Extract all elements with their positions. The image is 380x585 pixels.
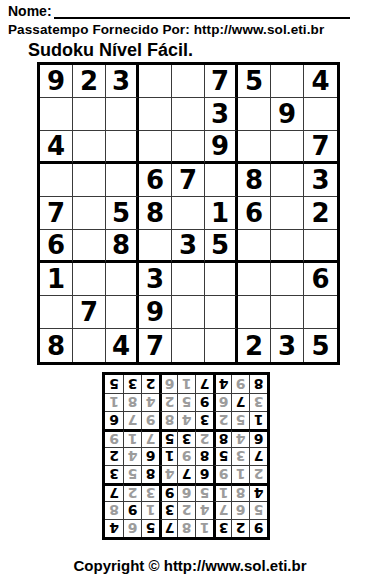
solution-cell-r4c5: 7	[177, 465, 195, 483]
puzzle-cell-r7c4: 3	[139, 263, 172, 296]
solution-cell-r1c9: 4	[105, 519, 123, 537]
solution-cell-r9c2: 9	[231, 375, 249, 393]
solution-cell-r1c8: 6	[123, 519, 141, 537]
solution-cell-r2c2: 6	[231, 501, 249, 519]
solution-cell-r9c3: 4	[213, 375, 231, 393]
solution-cell-r2c5: 2	[177, 501, 195, 519]
puzzle-cell-r7c9: 6	[304, 263, 337, 296]
puzzle-cell-r7c1: 1	[40, 263, 73, 296]
puzzle-cell-r6c5: 3	[172, 230, 205, 263]
solution-cell-r8c2: 7	[231, 393, 249, 411]
solution-cell-r4c8: 5	[123, 465, 141, 483]
solution-cell-r4c1: 2	[249, 465, 267, 483]
puzzle-cell-r1c8	[271, 65, 304, 98]
puzzle-cell-r6c1: 6	[40, 230, 73, 263]
puzzle-cell-r1c3: 3	[106, 65, 139, 98]
puzzle-cell-r1c6: 7	[205, 65, 238, 98]
puzzle-cell-r3c2	[73, 131, 106, 164]
solution-cell-r8c6: 2	[159, 393, 177, 411]
solution-cell-r9c4: 7	[195, 375, 213, 393]
solution-cell-r2c9: 8	[105, 501, 123, 519]
solution-cell-r3c4: 5	[195, 483, 213, 501]
solution-cell-r2c7: 1	[141, 501, 159, 519]
solution-cell-r3c8: 2	[123, 483, 141, 501]
solution-cell-r1c6: 7	[159, 519, 177, 537]
puzzle-cell-r6c8	[271, 230, 304, 263]
puzzle-cell-r8c8	[271, 296, 304, 329]
solution-cell-r9c5: 1	[177, 375, 195, 393]
puzzle-cell-r5c4: 8	[139, 197, 172, 230]
puzzle-cell-r2c7	[238, 98, 271, 131]
puzzle-cell-r2c9	[304, 98, 337, 131]
puzzle-cell-r9c2	[73, 329, 106, 362]
solution-cell-r6c6: 5	[159, 429, 177, 447]
solution-cell-r7c9: 6	[105, 411, 123, 429]
puzzle-cell-r4c1	[40, 164, 73, 197]
puzzle-cell-r4c8	[271, 164, 304, 197]
puzzle-cell-r4c3	[106, 164, 139, 197]
solution-cell-r5c2: 3	[231, 447, 249, 465]
puzzle-cell-r6c7	[238, 230, 271, 263]
puzzle-cell-r5c2	[73, 197, 106, 230]
solution-cell-r7c8: 7	[123, 411, 141, 429]
solution-cell-r8c1: 3	[249, 393, 267, 411]
puzzle-cell-r1c1: 9	[40, 65, 73, 98]
puzzle-cell-r9c6	[205, 329, 238, 362]
solution-cell-r9c1: 8	[249, 375, 267, 393]
puzzle-cell-r1c7: 5	[238, 65, 271, 98]
solution-cell-r5c8: 4	[123, 447, 141, 465]
copyright-line: Copyright © http://www.sol.eti.br	[0, 557, 380, 574]
solution-cell-r7c2: 5	[231, 411, 249, 429]
solution-cell-r4c6: 4	[159, 465, 177, 483]
puzzle-cell-r5c9: 2	[304, 197, 337, 230]
puzzle-cell-r2c2	[73, 98, 106, 131]
solution-cell-r8c9: 1	[105, 393, 123, 411]
puzzle-cell-r3c9: 7	[304, 131, 337, 164]
solution-cell-r4c4: 6	[195, 465, 213, 483]
puzzle-cell-r2c3	[106, 98, 139, 131]
solution-cell-r4c2: 1	[231, 465, 249, 483]
solution-cell-r8c7: 4	[141, 393, 159, 411]
puzzle-cell-r9c5	[172, 329, 205, 362]
solution-cell-r2c1: 5	[249, 501, 267, 519]
puzzle-cell-r8c9	[304, 296, 337, 329]
puzzle-cell-r8c7	[238, 296, 271, 329]
solution-cell-r2c4: 4	[195, 501, 213, 519]
solution-cell-r3c5: 6	[177, 483, 195, 501]
solution-cell-r8c4: 9	[195, 393, 213, 411]
solution-cell-r3c2: 8	[231, 483, 249, 501]
sudoku-solution-grid-rotated: 9231875645674231984815693272196748537358…	[102, 372, 270, 540]
solution-cell-r5c7: 6	[141, 447, 159, 465]
puzzle-cell-r8c4: 9	[139, 296, 172, 329]
puzzle-cell-r4c4: 6	[139, 164, 172, 197]
puzzle-cell-r1c4	[139, 65, 172, 98]
solution-cell-r6c8: 1	[123, 429, 141, 447]
puzzle-cell-r2c1	[40, 98, 73, 131]
puzzle-cell-r6c3: 8	[106, 230, 139, 263]
solution-cell-r6c5: 3	[177, 429, 195, 447]
page-title: Sudoku Nível Fácil.	[28, 40, 193, 61]
puzzle-cell-r6c2	[73, 230, 106, 263]
puzzle-cell-r4c6	[205, 164, 238, 197]
puzzle-cell-r8c6	[205, 296, 238, 329]
puzzle-cell-r5c6: 1	[205, 197, 238, 230]
puzzle-cell-r8c1	[40, 296, 73, 329]
puzzle-cell-r4c7: 8	[238, 164, 271, 197]
solution-cell-r6c4: 2	[195, 429, 213, 447]
puzzle-cell-r9c4: 7	[139, 329, 172, 362]
puzzle-cell-r7c5	[172, 263, 205, 296]
puzzle-cell-r3c5	[172, 131, 205, 164]
puzzle-cell-r9c3: 4	[106, 329, 139, 362]
puzzle-cell-r3c6: 9	[205, 131, 238, 164]
solution-cell-r7c1: 1	[249, 411, 267, 429]
puzzle-cell-r4c2	[73, 164, 106, 197]
sudoku-puzzle-grid: 923754394976783758162683513679847235	[37, 62, 340, 365]
solution-cell-r4c3: 9	[213, 465, 231, 483]
puzzle-cell-r6c4	[139, 230, 172, 263]
puzzle-cell-r7c2	[73, 263, 106, 296]
solution-cell-r2c3: 7	[213, 501, 231, 519]
puzzle-cell-r3c3	[106, 131, 139, 164]
puzzle-cell-r6c9	[304, 230, 337, 263]
solution-cell-r6c7: 7	[141, 429, 159, 447]
solution-cell-r3c7: 3	[141, 483, 159, 501]
puzzle-cell-r9c9: 5	[304, 329, 337, 362]
solution-cell-r4c7: 8	[141, 465, 159, 483]
sudoku-sheet: Nome: Passatempo Fornecido Por: http://w…	[0, 0, 380, 585]
solution-cell-r3c3: 1	[213, 483, 231, 501]
solution-cell-r5c5: 9	[177, 447, 195, 465]
solution-cell-r1c2: 2	[231, 519, 249, 537]
puzzle-cell-r1c2: 2	[73, 65, 106, 98]
puzzle-cell-r7c7	[238, 263, 271, 296]
solution-cell-r7c3: 2	[213, 411, 231, 429]
solution-cell-r2c6: 3	[159, 501, 177, 519]
solution-cell-r7c4: 3	[195, 411, 213, 429]
name-row: Nome:	[8, 3, 350, 19]
puzzle-cell-r7c6	[205, 263, 238, 296]
solution-cell-r5c3: 5	[213, 447, 231, 465]
solution-cell-r9c9: 5	[105, 375, 123, 393]
solution-cell-r6c9: 9	[105, 429, 123, 447]
solution-cell-r8c8: 8	[123, 393, 141, 411]
solution-cell-r7c6: 8	[159, 411, 177, 429]
solution-cell-r1c1: 9	[249, 519, 267, 537]
puzzle-cell-r5c8	[271, 197, 304, 230]
solution-cell-r7c5: 4	[177, 411, 195, 429]
solution-cell-r3c6: 9	[159, 483, 177, 501]
name-label: Nome:	[8, 3, 52, 19]
solution-cell-r1c7: 5	[141, 519, 159, 537]
solution-cell-r6c1: 6	[249, 429, 267, 447]
puzzle-cell-r8c2: 7	[73, 296, 106, 329]
puzzle-cell-r1c9: 4	[304, 65, 337, 98]
puzzle-cell-r6c6: 5	[205, 230, 238, 263]
solution-cell-r1c3: 3	[213, 519, 231, 537]
puzzle-cell-r3c1: 4	[40, 131, 73, 164]
solution-cell-r6c3: 8	[213, 429, 231, 447]
puzzle-cell-r1c5	[172, 65, 205, 98]
solution-cell-r9c6: 6	[159, 375, 177, 393]
solution-cell-r6c2: 4	[231, 429, 249, 447]
puzzle-cell-r4c9: 3	[304, 164, 337, 197]
name-blank-line	[54, 4, 350, 19]
puzzle-cell-r2c8: 9	[271, 98, 304, 131]
solution-cell-r3c1: 4	[249, 483, 267, 501]
puzzle-cell-r5c3: 5	[106, 197, 139, 230]
solution-cell-r8c5: 5	[177, 393, 195, 411]
solution-cell-r7c7: 9	[141, 411, 159, 429]
solution-cell-r3c9: 7	[105, 483, 123, 501]
puzzle-cell-r9c1: 8	[40, 329, 73, 362]
solution-cell-r5c1: 7	[249, 447, 267, 465]
solution-cell-r2c8: 9	[123, 501, 141, 519]
puzzle-cell-r3c8	[271, 131, 304, 164]
puzzle-cell-r5c7: 6	[238, 197, 271, 230]
puzzle-cell-r5c5	[172, 197, 205, 230]
puzzle-cell-r8c3	[106, 296, 139, 329]
solution-cell-r9c7: 2	[141, 375, 159, 393]
puzzle-cell-r7c8	[271, 263, 304, 296]
puzzle-cell-r8c5	[172, 296, 205, 329]
puzzle-cell-r2c5	[172, 98, 205, 131]
puzzle-cell-r3c7	[238, 131, 271, 164]
solution-cell-r1c4: 1	[195, 519, 213, 537]
solution-cell-r9c8: 3	[123, 375, 141, 393]
solution-cell-r5c9: 2	[105, 447, 123, 465]
solution-cell-r1c5: 8	[177, 519, 195, 537]
puzzle-cell-r3c4	[139, 131, 172, 164]
puzzle-cell-r9c8: 3	[271, 329, 304, 362]
puzzle-cell-r5c1: 7	[40, 197, 73, 230]
solution-cell-r4c9: 3	[105, 465, 123, 483]
solution-cell-r5c4: 8	[195, 447, 213, 465]
provider-line: Passatempo Fornecido Por: http://www.sol…	[8, 22, 324, 37]
puzzle-cell-r4c5: 7	[172, 164, 205, 197]
puzzle-cell-r2c4	[139, 98, 172, 131]
puzzle-cell-r9c7: 2	[238, 329, 271, 362]
puzzle-cell-r7c3	[106, 263, 139, 296]
solution-cell-r8c3: 6	[213, 393, 231, 411]
solution-cell-r5c6: 1	[159, 447, 177, 465]
puzzle-cell-r2c6: 3	[205, 98, 238, 131]
